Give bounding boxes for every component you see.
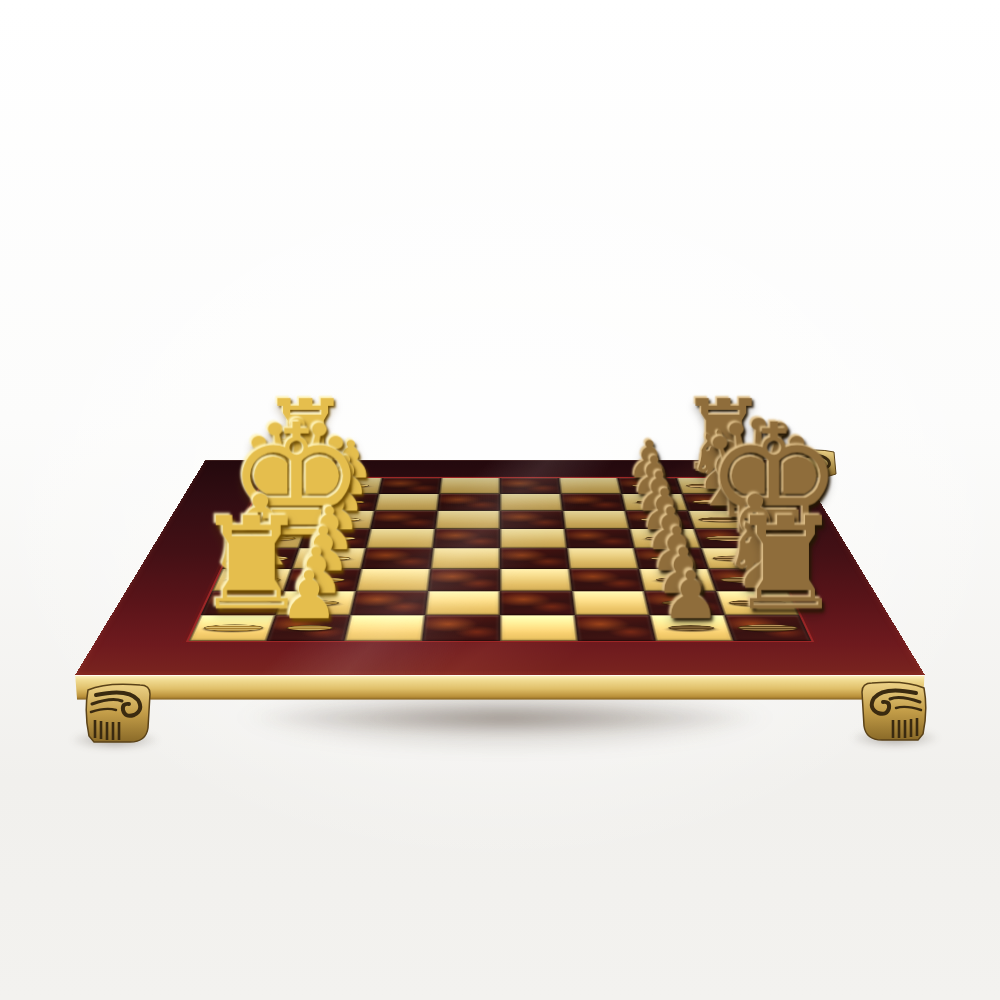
white-piece-base <box>224 577 281 583</box>
square-b1 <box>249 494 318 511</box>
white-piece-base <box>308 556 350 560</box>
square-d2 <box>299 529 371 548</box>
square-d7 <box>629 529 701 548</box>
square-d5 <box>500 529 567 548</box>
piece-reflection <box>649 578 706 583</box>
black-piece-base <box>711 555 766 561</box>
square-a8 <box>676 478 742 494</box>
square-b6 <box>561 494 626 511</box>
white-piece-base <box>301 577 345 582</box>
piece-black-pawn: ♟ <box>653 562 729 628</box>
square-a1 <box>257 478 323 494</box>
white-piece-base <box>286 625 333 630</box>
piece-white-pawn: ♟ <box>280 539 353 603</box>
front-trim-band <box>75 675 925 700</box>
square-b7 <box>621 494 688 511</box>
chess-board: ♜♟♟♜♞♟♟♞♝♟♟♝♛♟♟♛♚♟♟♚♝♟♟♝♞♟♟♞♜♟♟♜ <box>75 460 925 675</box>
white-piece-base <box>234 555 289 561</box>
square-b3 <box>375 494 440 511</box>
photo-backdrop: ♜♟♟♜♞♟♟♞♝♟♟♝♛♟♟♛♚♟♟♚♝♟♟♝♞♟♟♞♜♟♟♜ <box>0 0 1000 1000</box>
square-c2 <box>306 511 375 529</box>
square-c1 <box>241 511 312 529</box>
piece-reflection <box>294 578 351 583</box>
square-c5 <box>500 511 565 529</box>
square-c6 <box>563 511 630 529</box>
square-c7 <box>625 511 694 529</box>
front-left-foot <box>84 682 152 744</box>
square-a7 <box>618 478 682 494</box>
square-a2 <box>318 478 382 494</box>
square-b2 <box>312 494 379 511</box>
square-b8 <box>682 494 751 511</box>
white-piece-base <box>294 600 339 605</box>
black-piece-base <box>736 624 798 631</box>
piece-white-rook: ♜ <box>261 386 321 486</box>
square-c3 <box>371 511 438 529</box>
square-b4 <box>437 494 500 511</box>
scene: ♜♟♟♜♞♟♟♞♝♟♟♝♛♟♟♛♚♟♟♚♝♟♟♝♞♟♟♞♜♟♟♜ <box>0 0 1000 1000</box>
square-d1 <box>232 529 306 548</box>
square-c8 <box>688 511 759 529</box>
piece-white-pawn: ♟ <box>271 562 347 628</box>
black-piece-base <box>661 600 706 605</box>
black-piece-base <box>655 577 699 582</box>
square-a3 <box>379 478 442 494</box>
piece-reflection <box>213 601 272 607</box>
piece-reflection <box>720 578 777 583</box>
square-a5 <box>500 478 561 494</box>
square-a4 <box>439 478 500 494</box>
square-d8 <box>694 529 768 548</box>
black-piece-base <box>719 577 776 583</box>
ionic-volute-icon <box>84 682 152 744</box>
square-c4 <box>435 511 500 529</box>
front-right-foot <box>860 680 928 742</box>
white-piece-base <box>202 624 264 631</box>
ionic-volute-icon <box>860 680 928 742</box>
piece-black-pawn: ♟ <box>647 539 720 603</box>
piece-black-rook: ♜ <box>679 386 739 486</box>
piece-reflection <box>223 578 280 583</box>
square-b5 <box>500 494 563 511</box>
square-d6 <box>565 529 634 548</box>
square-d4 <box>433 529 500 548</box>
piece-reflection <box>655 601 714 607</box>
piece-reflection <box>728 601 787 607</box>
piece-reflection <box>287 601 346 607</box>
black-piece-base <box>667 625 714 630</box>
square-d3 <box>366 529 435 548</box>
black-piece-base <box>650 556 692 560</box>
square-a6 <box>559 478 622 494</box>
